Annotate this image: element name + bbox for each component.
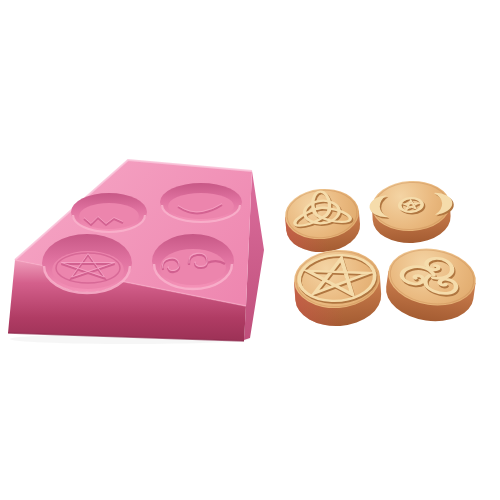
mold-cavity-bottom-left	[42, 234, 132, 293]
product-photo	[0, 0, 500, 500]
mold-cavity-bottom-right	[152, 234, 234, 289]
cavity-floor	[79, 203, 139, 229]
scene	[0, 0, 500, 500]
mold-cavity-top-right	[160, 183, 242, 222]
mold-cavity-top-left	[71, 193, 147, 232]
